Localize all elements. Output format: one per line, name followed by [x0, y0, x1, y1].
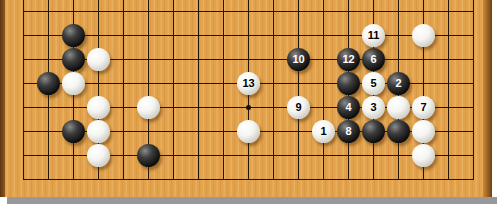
white-stone	[87, 144, 110, 167]
go-board-surface[interactable]: 13101261152943718	[0, 0, 492, 197]
black-stone	[37, 72, 60, 95]
move-number-label: 1	[320, 126, 326, 137]
move-number-label: 4	[345, 102, 351, 113]
grid-horizontal-line	[23, 179, 474, 180]
grid-vertical-line	[23, 0, 24, 180]
white-stone-move-3: 3	[362, 96, 385, 119]
black-stone-move-2: 2	[387, 72, 410, 95]
white-stone-move-13: 13	[237, 72, 260, 95]
move-number-label: 12	[342, 54, 354, 65]
grid-vertical-line	[223, 0, 224, 180]
black-stone-move-6: 6	[362, 48, 385, 71]
black-stone	[62, 48, 85, 71]
grid-vertical-line	[198, 0, 199, 180]
grid-vertical-line	[173, 0, 174, 180]
move-number-label: 5	[370, 78, 376, 89]
grid-vertical-line	[273, 0, 274, 180]
move-number-label: 7	[420, 102, 426, 113]
white-stone	[412, 24, 435, 47]
move-number-label: 8	[345, 126, 351, 137]
white-stone-move-9: 9	[287, 96, 310, 119]
grid-horizontal-line	[23, 11, 474, 12]
go-diagram-screen: 13101261152943718	[0, 0, 500, 210]
white-stone	[387, 96, 410, 119]
white-stone-move-5: 5	[362, 72, 385, 95]
grid-vertical-line	[323, 0, 324, 180]
white-stone	[87, 120, 110, 143]
black-stone	[62, 24, 85, 47]
black-stone-move-10: 10	[287, 48, 310, 71]
move-number-label: 6	[370, 54, 376, 65]
move-number-label: 11	[368, 30, 380, 41]
white-stone	[412, 144, 435, 167]
move-number-label: 13	[242, 78, 254, 89]
board-left-edge	[0, 0, 5, 197]
black-stone	[137, 144, 160, 167]
grid-vertical-line	[473, 0, 474, 180]
white-stone-move-7: 7	[412, 96, 435, 119]
black-stone	[362, 120, 385, 143]
black-stone-move-12: 12	[337, 48, 360, 71]
move-number-label: 9	[295, 102, 301, 113]
white-stone	[87, 96, 110, 119]
move-number-label: 2	[395, 78, 401, 89]
white-stone-move-1: 1	[312, 120, 335, 143]
black-stone	[62, 120, 85, 143]
black-stone-move-4: 4	[337, 96, 360, 119]
black-stone-move-8: 8	[337, 120, 360, 143]
white-stone	[87, 48, 110, 71]
white-stone	[237, 120, 260, 143]
white-stone	[412, 120, 435, 143]
black-stone	[387, 120, 410, 143]
grid-vertical-line	[448, 0, 449, 180]
grid-vertical-line	[123, 0, 124, 180]
move-number-label: 10	[292, 54, 304, 65]
board-right-edge	[483, 0, 492, 197]
grid-vertical-line	[298, 0, 299, 180]
white-stone-move-11: 11	[362, 24, 385, 47]
star-point-K4	[246, 105, 251, 110]
move-number-label: 3	[370, 102, 376, 113]
grid-horizontal-line	[23, 35, 474, 36]
black-stone	[337, 72, 360, 95]
white-stone	[137, 96, 160, 119]
white-stone	[62, 72, 85, 95]
board-drop-shadow	[7, 197, 497, 204]
